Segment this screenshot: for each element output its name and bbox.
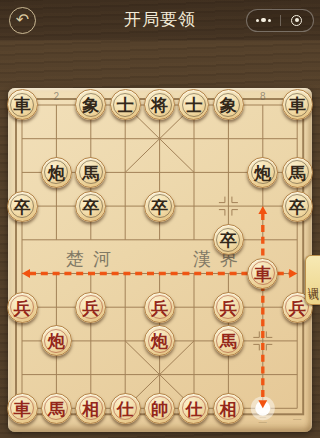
piece-black[interactable]: 象	[213, 89, 244, 120]
piece-black[interactable]: 車	[7, 89, 38, 120]
piece-glyph: 仕	[117, 400, 134, 417]
more-dots-icon	[256, 19, 259, 22]
piece-red[interactable]: 兵	[144, 292, 175, 323]
piece-glyph: 車	[14, 400, 31, 417]
more-button[interactable]	[247, 10, 280, 31]
back-button[interactable]: ↶	[9, 7, 36, 34]
piece-glyph: 卒	[82, 198, 99, 215]
piece-red[interactable]: 帥	[144, 393, 175, 424]
piece-glyph: 車	[254, 265, 271, 282]
piece-black[interactable]: 車	[282, 89, 313, 120]
piece-red[interactable]: 相	[75, 393, 106, 424]
piece-glyph: 卒	[289, 198, 306, 215]
back-icon: ↶	[16, 12, 29, 28]
piece-red[interactable]: 炮	[144, 325, 175, 356]
piece-black[interactable]: 炮	[41, 157, 72, 188]
debug-tab-button[interactable]: 调试	[305, 255, 320, 305]
piece-glyph: 卒	[151, 198, 168, 215]
xiangqi-board[interactable]: 楚河漢界28二一 車象士将士象車炮馬炮馬卒卒卒卒卒車兵兵兵兵兵炮炮馬車馬相仕帥仕…	[8, 88, 312, 432]
piece-black[interactable]: 卒	[213, 224, 244, 255]
piece-glyph: 相	[220, 400, 237, 417]
piece-black[interactable]: 炮	[247, 157, 278, 188]
piece-red[interactable]: 仕	[178, 393, 209, 424]
piece-black[interactable]: 象	[75, 89, 106, 120]
piece-black[interactable]: 卒	[144, 191, 175, 222]
piece-black[interactable]: 将	[144, 89, 175, 120]
header: ↶ 开局要领	[0, 0, 320, 40]
piece-red[interactable]: 兵	[75, 292, 106, 323]
piece-red[interactable]: 車	[7, 393, 38, 424]
piece-glyph: 帥	[151, 400, 168, 417]
pieces-layer: 車象士将士象車炮馬炮馬卒卒卒卒卒車兵兵兵兵兵炮炮馬車馬相仕帥仕相	[5, 88, 315, 425]
piece-glyph: 将	[151, 97, 168, 114]
piece-glyph: 車	[289, 97, 306, 114]
piece-red[interactable]: 車	[247, 258, 278, 289]
piece-glyph: 兵	[14, 299, 31, 316]
piece-glyph: 炮	[151, 333, 168, 350]
wechat-capsule	[246, 9, 314, 32]
piece-red[interactable]: 兵	[7, 292, 38, 323]
piece-black[interactable]: 馬	[282, 157, 313, 188]
piece-glyph: 士	[117, 97, 134, 114]
piece-glyph: 卒	[220, 232, 237, 249]
piece-glyph: 馬	[82, 164, 99, 181]
piece-glyph: 士	[185, 97, 202, 114]
piece-glyph: 車	[14, 97, 31, 114]
piece-red[interactable]: 仕	[110, 393, 141, 424]
exit-button[interactable]	[281, 10, 314, 31]
piece-glyph: 象	[82, 97, 99, 114]
piece-black[interactable]: 士	[178, 89, 209, 120]
piece-black[interactable]: 馬	[75, 157, 106, 188]
piece-glyph: 炮	[254, 164, 271, 181]
piece-glyph: 炮	[48, 164, 65, 181]
piece-glyph: 仕	[185, 400, 202, 417]
piece-black[interactable]: 卒	[7, 191, 38, 222]
piece-glyph: 象	[220, 97, 237, 114]
piece-red[interactable]: 相	[213, 393, 244, 424]
piece-glyph: 炮	[48, 333, 65, 350]
piece-red[interactable]: 兵	[213, 292, 244, 323]
piece-glyph: 兵	[82, 299, 99, 316]
piece-black[interactable]: 士	[110, 89, 141, 120]
piece-glyph: 兵	[289, 299, 306, 316]
piece-black[interactable]: 卒	[75, 191, 106, 222]
target-circle-icon	[291, 15, 302, 26]
piece-glyph: 卒	[14, 198, 31, 215]
piece-glyph: 兵	[151, 299, 168, 316]
piece-glyph: 兵	[220, 299, 237, 316]
piece-glyph: 馬	[289, 164, 306, 181]
piece-red[interactable]: 馬	[41, 393, 72, 424]
piece-glyph: 馬	[48, 400, 65, 417]
piece-glyph: 相	[82, 400, 99, 417]
piece-red[interactable]: 炮	[41, 325, 72, 356]
piece-glyph: 馬	[220, 333, 237, 350]
piece-black[interactable]: 卒	[282, 191, 313, 222]
piece-red[interactable]: 馬	[213, 325, 244, 356]
